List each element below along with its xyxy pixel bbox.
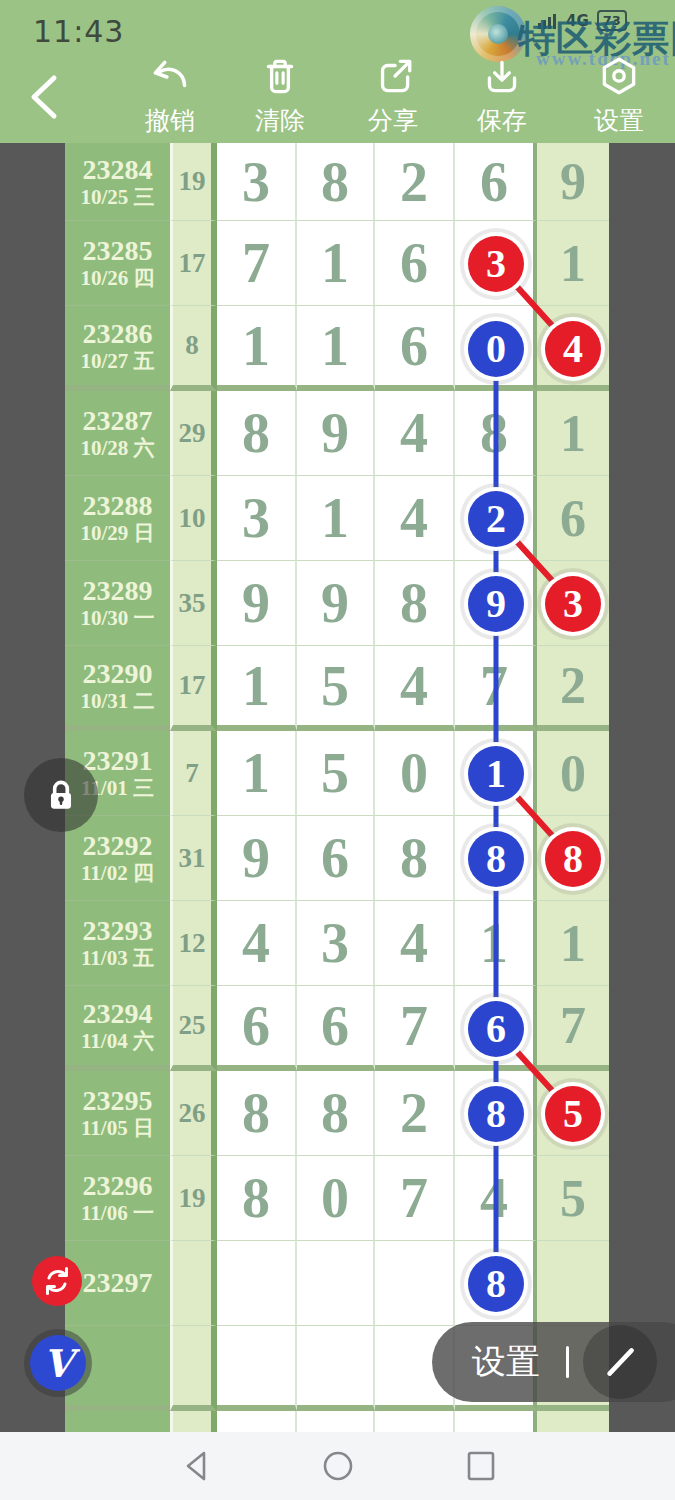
pen-slash-icon: [598, 1340, 642, 1384]
lock-icon: [42, 776, 80, 814]
table-row: 2329411/04 六256677: [65, 986, 609, 1071]
nav-home-button[interactable]: [321, 1449, 355, 1483]
digit-cell: 0: [297, 1156, 375, 1241]
undo-button[interactable]: 撤销: [122, 54, 218, 137]
digit-cell: 6: [217, 986, 297, 1071]
table-row: 23297: [65, 1241, 609, 1326]
pill-settings-label[interactable]: 设置: [472, 1339, 540, 1385]
digit-cell: 8: [217, 391, 297, 476]
digit-cell: 3: [217, 143, 297, 221]
table-row: 2329010/31 二1715472: [65, 646, 609, 731]
digit-cell: 6: [455, 143, 537, 221]
android-nav-bar: [0, 1432, 675, 1500]
digit-cell: 8: [217, 1156, 297, 1241]
blue-circle-mark[interactable]: 8: [468, 831, 524, 887]
digit-cell: 4: [455, 1156, 537, 1241]
table-row: 2328910/30 一35998: [65, 561, 609, 646]
digit-cell: 9: [297, 561, 375, 646]
digit-cell: [375, 1241, 455, 1326]
trash-icon: [257, 54, 303, 100]
red-circle-mark[interactable]: 3: [468, 236, 524, 292]
blue-circle-mark[interactable]: 1: [468, 746, 524, 802]
digit-cell: 8: [297, 1071, 375, 1156]
digit-cell: 9: [217, 561, 297, 646]
period-cell: 2328610/27 五: [65, 306, 170, 391]
period-cell: 2328910/30 一: [65, 561, 170, 646]
digit-cell: [297, 1241, 375, 1326]
digit-cell: [297, 1326, 375, 1411]
digit-cell: 8: [375, 561, 455, 646]
digit-cell: 4: [375, 476, 455, 561]
period-cell: 2329411/04 六: [65, 986, 170, 1071]
digit-cell: 9: [297, 391, 375, 476]
clear-button[interactable]: 清除: [232, 54, 328, 137]
right-margin: [609, 143, 675, 1432]
pill-divider: [566, 1346, 569, 1378]
sum-cell: 12: [170, 901, 217, 986]
signature-button[interactable]: V: [24, 1329, 92, 1397]
tail-digit-cell: 1: [537, 901, 609, 986]
red-circle-mark[interactable]: 4: [545, 321, 601, 377]
sum-cell: 17: [170, 646, 217, 731]
digit-cell: 6: [375, 306, 455, 391]
digit-cell: 3: [217, 476, 297, 561]
share-button[interactable]: 分享: [345, 54, 441, 137]
digit-cell: 4: [375, 646, 455, 731]
digit-cell: 5: [297, 731, 375, 816]
blue-circle-mark[interactable]: 6: [468, 1001, 524, 1057]
period-cell: 2329211/02 四: [65, 816, 170, 901]
sum-cell: 29: [170, 391, 217, 476]
tail-digit-cell: 1: [537, 391, 609, 476]
digit-cell: 1: [297, 306, 375, 391]
refresh-button[interactable]: [32, 1256, 82, 1306]
tail-digit-cell: [537, 1241, 609, 1326]
red-circle-mark[interactable]: 8: [545, 831, 601, 887]
sum-cell: 8: [170, 306, 217, 391]
signature-v-icon: V: [30, 1335, 86, 1391]
empty-cell: [375, 1411, 455, 1432]
period-cell: 2329511/05 日: [65, 1071, 170, 1156]
digit-cell: 8: [375, 816, 455, 901]
digit-cell: [217, 1241, 297, 1326]
refresh-icon: [40, 1264, 74, 1298]
digit-cell: 1: [217, 731, 297, 816]
table-row: 2329611/06 一1980745: [65, 1156, 609, 1241]
period-cell: 2328810/29 日: [65, 476, 170, 561]
period-cell: 2328710/28 六: [65, 391, 170, 476]
sum-cell: 10: [170, 476, 217, 561]
red-circle-mark[interactable]: 5: [545, 1086, 601, 1142]
back-button[interactable]: [24, 72, 64, 122]
digit-cell: 1: [217, 306, 297, 391]
blue-circle-mark[interactable]: 9: [468, 576, 524, 632]
sum-cell: 7: [170, 731, 217, 816]
clock: 11:43: [33, 14, 124, 49]
nav-back-button[interactable]: [180, 1449, 214, 1483]
digit-cell: 9: [217, 816, 297, 901]
blue-circle-mark[interactable]: 2: [468, 491, 524, 547]
table-row: 2328610/27 五8116: [65, 306, 609, 391]
digit-cell: 0: [375, 731, 455, 816]
sum-cell: 31: [170, 816, 217, 901]
period-cell: 2329311/03 五: [65, 901, 170, 986]
trend-chart-grid[interactable]: 2328410/25 三19382692328510/26 四177161232…: [65, 143, 609, 1432]
partial-row: [65, 1411, 609, 1432]
sum-cell: 19: [170, 143, 217, 221]
nav-recents-button[interactable]: [464, 1449, 498, 1483]
app-screen: 11:43 4G 73 特区彩票网 www.tqcp.net: [0, 0, 675, 1500]
sum-cell: 25: [170, 986, 217, 1071]
tail-digit-cell: 5: [537, 1156, 609, 1241]
digit-cell: 6: [297, 816, 375, 901]
tail-digit-cell: 0: [537, 731, 609, 816]
digit-cell: 1: [297, 476, 375, 561]
red-circle-mark[interactable]: 3: [545, 576, 601, 632]
sum-cell: 17: [170, 221, 217, 306]
digit-cell: 8: [217, 1071, 297, 1156]
empty-cell: [455, 1411, 537, 1432]
period-cell: 2328410/25 三: [65, 143, 170, 221]
digit-cell: 2: [375, 143, 455, 221]
empty-cell: [297, 1411, 375, 1432]
tail-digit-cell: 9: [537, 143, 609, 221]
table-row: 2328510/26 四177161: [65, 221, 609, 306]
download-icon: [479, 54, 525, 100]
tail-digit-cell: 2: [537, 646, 609, 731]
undo-icon: [147, 54, 193, 100]
draw-line-button[interactable]: [583, 1325, 657, 1399]
sum-cell: [170, 1241, 217, 1326]
digit-cell: 5: [297, 646, 375, 731]
tail-digit-cell: 1: [537, 221, 609, 306]
bottom-settings-pill[interactable]: 设置: [432, 1322, 675, 1402]
table-row: 2328410/25 三1938269: [65, 143, 609, 221]
empty-cell: [170, 1411, 217, 1432]
empty-cell: [217, 1411, 297, 1432]
digit-cell: 3: [297, 901, 375, 986]
digit-cell: [217, 1326, 297, 1411]
save-button[interactable]: 保存: [454, 54, 550, 137]
sum-cell: [170, 1326, 217, 1411]
table-row: 2329211/02 四31968: [65, 816, 609, 901]
digit-cell: 1: [455, 901, 537, 986]
table-row: 2329111/01 三71500: [65, 731, 609, 816]
digit-cell: 8: [297, 143, 375, 221]
table-row: 2328810/29 日103146: [65, 476, 609, 561]
sum-cell: 19: [170, 1156, 217, 1241]
digit-cell: 1: [217, 646, 297, 731]
digit-cell: 4: [375, 901, 455, 986]
digit-cell: 7: [375, 1156, 455, 1241]
toolbar: 撤销 清除 分享 保存: [0, 48, 675, 143]
table-row: 2328710/28 六2989481: [65, 391, 609, 476]
digit-cell: 2: [375, 1071, 455, 1156]
blue-circle-mark[interactable]: 8: [468, 1086, 524, 1142]
digit-cell: 7: [455, 646, 537, 731]
settings-button[interactable]: 设置: [571, 54, 667, 137]
table-row: 2329511/05 日26882: [65, 1071, 609, 1156]
share-icon: [370, 54, 416, 100]
sum-cell: 35: [170, 561, 217, 646]
digit-cell: 8: [455, 391, 537, 476]
tail-digit-cell: 6: [537, 476, 609, 561]
period-cell: 2328510/26 四: [65, 221, 170, 306]
blue-circle-mark[interactable]: 0: [468, 321, 524, 377]
digit-cell: 6: [375, 221, 455, 306]
period-cell: 2329010/31 二: [65, 646, 170, 731]
digit-cell: 4: [217, 901, 297, 986]
table-row: 2329311/03 五1243411: [65, 901, 609, 986]
lock-button[interactable]: [24, 758, 98, 832]
tail-digit-cell: 7: [537, 986, 609, 1071]
sum-cell: 26: [170, 1071, 217, 1156]
empty-cell: [65, 1411, 170, 1432]
digit-cell: 1: [297, 221, 375, 306]
blue-circle-mark[interactable]: 8: [468, 1256, 524, 1312]
digit-cell: 6: [297, 986, 375, 1071]
digit-cell: 7: [375, 986, 455, 1071]
period-cell: 2329611/06 一: [65, 1156, 170, 1241]
digit-cell: 4: [375, 391, 455, 476]
empty-cell: [537, 1411, 609, 1432]
digit-cell: 7: [217, 221, 297, 306]
settings-nut-icon: [596, 54, 642, 100]
